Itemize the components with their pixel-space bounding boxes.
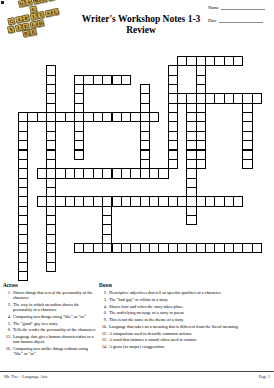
clue-number: 6. — [99, 310, 107, 315]
clue: 12.A comparison used to describe common … — [99, 331, 271, 336]
clue-number: 2. — [3, 302, 11, 307]
clue-number: 13. — [99, 337, 107, 342]
clue-number: 1. — [3, 290, 11, 295]
clue: 14.A gross (or major) exaggeration. — [99, 344, 271, 349]
clue: 3.The "bad guy" or villain in a story. — [99, 297, 271, 302]
letter-tile: L — [51, 8, 59, 16]
grid-cell[interactable] — [168, 159, 178, 169]
grid-cell[interactable] — [233, 196, 243, 206]
grid-cell[interactable] — [252, 243, 262, 253]
grid-cell[interactable] — [46, 262, 56, 272]
clue-text: Descriptive adjectives that tell us spec… — [109, 290, 221, 295]
name-field-row: Name — [208, 4, 272, 10]
clue-text: Shows how and when the story takes place… — [109, 304, 184, 309]
crossword-worksheet-page: { "game": "crossword", "header": { "titl… — [0, 0, 274, 388]
clue-text: The "bad guy" or villain in a story. — [109, 297, 169, 302]
clue: 16.Comparing two unlike things without u… — [3, 346, 96, 356]
clue: 4.Comparing two things using "like" or "… — [3, 314, 96, 319]
clue-text: Language that takes on a meaning that is… — [109, 324, 239, 329]
letter-tile: Y — [7, 25, 15, 33]
grid-cell[interactable] — [196, 159, 206, 169]
down-heading: Down — [99, 282, 271, 288]
letter-tile: D — [36, 19, 44, 27]
across-clue-list: 1.Shows things that reveal the personali… — [3, 290, 96, 356]
grid-cell[interactable] — [242, 159, 252, 169]
across-heading: Across — [3, 282, 96, 288]
clue: 6.Tells the reader the personality of th… — [3, 327, 96, 332]
page-title-block: Writer's Workshop Notes 1-3 Review — [66, 14, 216, 36]
clue: 10.Language that takes on a meaning that… — [99, 324, 271, 329]
clue-text: The underlying message of a story or poe… — [109, 310, 185, 315]
date-blank-line[interactable] — [219, 17, 263, 23]
page-title: Writer's Workshop Notes 1-3 — [66, 14, 216, 25]
clue: 2.Descriptive adjectives that tell us sp… — [99, 290, 271, 295]
grid-cell[interactable] — [121, 75, 131, 85]
footer-divider — [0, 371, 274, 372]
clue-text: A comparison used to describe common act… — [109, 331, 192, 336]
clue-text: A gross (or major) exaggeration. — [109, 344, 165, 349]
letter-tile: T — [37, 11, 45, 19]
clue-text: This is not the same as the theme of a s… — [109, 317, 184, 322]
clue-text: The "good" guy in a story. — [13, 321, 58, 326]
clue-text: A word that imitates a sound; often used… — [109, 337, 197, 342]
grid-cell[interactable] — [186, 215, 196, 225]
footer-page-number: Page 1 — [258, 374, 270, 379]
letter-tile: E — [39, 0, 47, 3]
clue-number: 16. — [3, 346, 11, 351]
clue-number: 12. — [99, 331, 107, 336]
letter-tile: M — [32, 0, 40, 5]
clue-number: 2. — [99, 290, 107, 295]
clue-text: Comparing two things using "like" or "as… — [13, 314, 86, 319]
grid-cell[interactable] — [74, 150, 84, 160]
clue-number: 3. — [99, 297, 107, 302]
crossword-grid — [18, 56, 262, 281]
crossword-tiles-logo: GAMESCCAPITALYIELDDE — [2, 0, 73, 53]
clue: 4.Shows how and when the story takes pla… — [99, 304, 271, 309]
clue: 13.A word that imitates a sound; often u… — [99, 337, 271, 342]
grid-cell[interactable] — [18, 271, 28, 281]
clue-number: 14. — [99, 344, 107, 349]
clue-number: 6. — [3, 327, 11, 332]
across-clues-section: Across 1.Shows things that reveal the pe… — [3, 282, 96, 358]
footer-author: Mr. Tice - Language Arts — [4, 374, 47, 379]
date-field-row: Date — [208, 17, 272, 23]
clue-number: 13. — [3, 334, 11, 339]
clue-text: Tells the reader the personality of the … — [13, 327, 95, 332]
letter-tile: S — [47, 0, 55, 2]
down-clues-section: Down 2.Descriptive adjectives that tell … — [99, 282, 271, 351]
grid-cell[interactable] — [233, 56, 243, 66]
clue-number: 5. — [3, 321, 11, 326]
clue-text: Language that gives human characteristic… — [13, 334, 93, 344]
clue: 13.Language that gives human characteris… — [3, 334, 96, 344]
letter-tile: E — [29, 28, 37, 36]
page-subtitle: Review — [66, 25, 216, 36]
grid-cell[interactable] — [149, 112, 159, 122]
clue-number: 10. — [99, 324, 107, 329]
grid-cell[interactable] — [158, 168, 168, 178]
clue-number: 4. — [99, 304, 107, 309]
name-label: Name — [208, 5, 219, 10]
clue-text: The way in which an author shows the per… — [13, 302, 79, 312]
clue: 2.The way in which an author shows the p… — [3, 302, 96, 312]
clue-text: Shows things that reveal the personality… — [13, 290, 93, 300]
clue: 6.The underlying message of a story or p… — [99, 310, 271, 315]
clue-text: Comparing two unlike things without usin… — [13, 346, 88, 356]
down-clue-list: 2.Descriptive adjectives that tell us sp… — [99, 290, 271, 349]
grid-cell[interactable] — [252, 93, 262, 103]
date-label: Date — [208, 18, 217, 23]
clue: 5.The "good" guy in a story. — [3, 321, 96, 326]
clue: 1.Shows things that reveal the personali… — [3, 290, 96, 300]
clue: 9.This is not the same as the theme of a… — [99, 317, 271, 322]
clue-number: 9. — [99, 317, 107, 322]
clue-number: 4. — [3, 314, 11, 319]
name-blank-line[interactable] — [221, 4, 265, 10]
